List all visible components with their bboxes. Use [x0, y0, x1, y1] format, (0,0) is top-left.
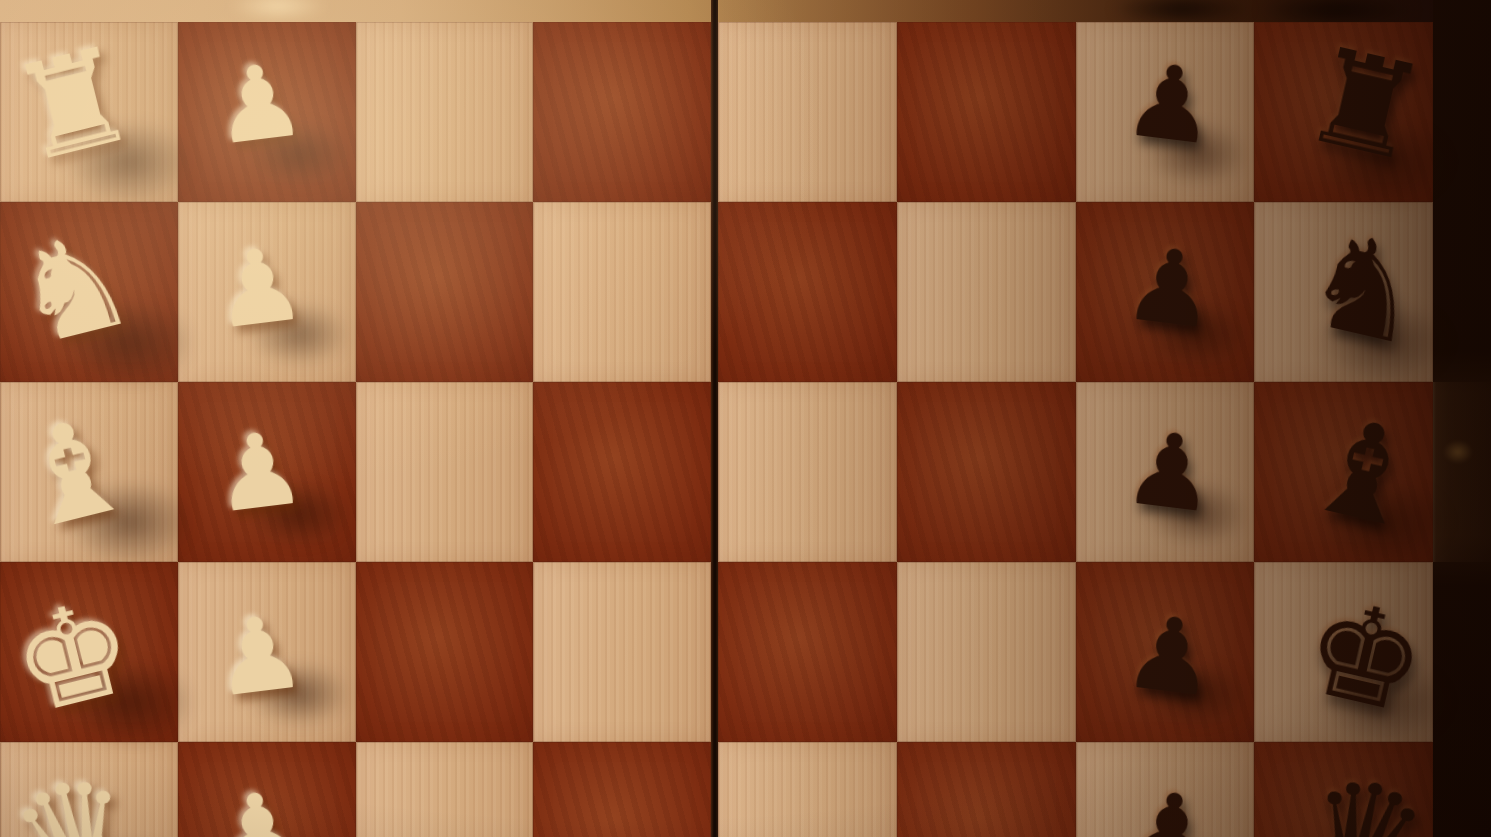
square-e1[interactable]: ♚	[0, 562, 178, 742]
black-queen: ♛	[1293, 754, 1438, 837]
square-d8[interactable]: ♛	[1254, 742, 1433, 837]
square-h5[interactable]	[718, 22, 897, 202]
square-h4[interactable]	[533, 22, 711, 202]
maker-stamp	[1443, 440, 1473, 464]
square-g8[interactable]: ♞	[1254, 202, 1433, 382]
black-pawn: ♟	[1119, 416, 1222, 528]
cutoff-white-piece-hint	[228, 0, 328, 22]
square-e8[interactable]: ♚	[1254, 562, 1433, 742]
white-pawn: ♟	[207, 48, 310, 160]
square-e6[interactable]	[897, 562, 1076, 742]
white-pawn: ♟	[207, 776, 310, 837]
square-f5[interactable]	[718, 382, 897, 562]
square-h1[interactable]: ♜	[0, 22, 178, 202]
square-g1[interactable]: ♞	[0, 202, 178, 382]
board-right-half: ♟♜♟♞♟♝♟♚♟♛	[718, 22, 1433, 837]
square-g3[interactable]	[356, 202, 534, 382]
square-d1[interactable]: ♛	[0, 742, 178, 837]
square-f2[interactable]: ♟	[178, 382, 356, 562]
black-pawn: ♟	[1119, 776, 1222, 837]
square-f6[interactable]	[897, 382, 1076, 562]
square-d6[interactable]	[897, 742, 1076, 837]
square-d2[interactable]: ♟	[178, 742, 356, 837]
square-d7[interactable]: ♟	[1076, 742, 1255, 837]
square-f7[interactable]: ♟	[1076, 382, 1255, 562]
square-h2[interactable]: ♟	[178, 22, 356, 202]
white-pawn: ♟	[207, 416, 310, 528]
square-h6[interactable]	[897, 22, 1076, 202]
white-king: ♚	[0, 578, 146, 735]
square-f3[interactable]	[356, 382, 534, 562]
square-d3[interactable]	[356, 742, 534, 837]
square-g5[interactable]	[718, 202, 897, 382]
square-f1[interactable]: ♝	[0, 382, 178, 562]
square-e3[interactable]	[356, 562, 534, 742]
square-e2[interactable]: ♟	[178, 562, 356, 742]
square-f8[interactable]: ♝	[1254, 382, 1433, 562]
square-e4[interactable]	[533, 562, 711, 742]
square-g7[interactable]: ♟	[1076, 202, 1255, 382]
square-h8[interactable]: ♜	[1254, 22, 1433, 202]
square-g4[interactable]	[533, 202, 711, 382]
white-pawn: ♟	[207, 232, 310, 344]
black-pawn: ♟	[1119, 600, 1222, 712]
board-left-half: ♜♟♞♟♝♟♚♟♛♟	[0, 22, 711, 837]
square-g6[interactable]	[897, 202, 1076, 382]
chessboard-photo: ♜♟♞♟♝♟♚♟♛♟ ♟♜♟♞♟♝♟♚♟♛	[0, 0, 1491, 837]
white-bishop: ♝	[0, 394, 146, 551]
square-h3[interactable]	[356, 22, 534, 202]
black-pawn: ♟	[1119, 48, 1222, 160]
black-pawn: ♟	[1119, 232, 1222, 344]
square-e5[interactable]	[718, 562, 897, 742]
white-knight: ♞	[0, 210, 146, 367]
white-queen: ♛	[0, 754, 146, 837]
square-d5[interactable]	[718, 742, 897, 837]
square-e7[interactable]: ♟	[1076, 562, 1255, 742]
square-d4[interactable]	[533, 742, 711, 837]
square-h7[interactable]: ♟	[1076, 22, 1255, 202]
white-pawn: ♟	[207, 600, 310, 712]
square-f4[interactable]	[533, 382, 711, 562]
white-rook: ♜	[0, 26, 146, 183]
board-fold-line	[711, 0, 718, 837]
square-g2[interactable]: ♟	[178, 202, 356, 382]
